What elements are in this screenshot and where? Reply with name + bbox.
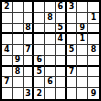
sudoku-cell-empty[interactable] <box>24 13 35 24</box>
sudoku-cell-empty[interactable] <box>88 2 99 13</box>
sudoku-cell-empty[interactable] <box>24 77 35 88</box>
sudoku-cell-empty[interactable] <box>56 56 67 67</box>
sudoku-cell-empty[interactable] <box>13 2 24 13</box>
sudoku-cell-empty[interactable] <box>24 2 35 13</box>
sudoku-cell-given[interactable]: 6 <box>34 56 45 67</box>
sudoku-cell-empty[interactable] <box>45 56 56 67</box>
sudoku-cell-empty[interactable] <box>2 56 13 67</box>
sudoku-cell-empty[interactable] <box>77 2 88 13</box>
sudoku-cell-empty[interactable] <box>13 77 24 88</box>
sudoku-cell-empty[interactable] <box>88 67 99 78</box>
sudoku-cell-empty[interactable] <box>34 24 45 35</box>
sudoku-cell-given[interactable]: 8 <box>88 45 99 56</box>
sudoku-cell-empty[interactable] <box>45 88 56 99</box>
sudoku-cell-given[interactable]: 9 <box>77 24 88 35</box>
sudoku-cell-empty[interactable] <box>67 56 78 67</box>
sudoku-cell-empty[interactable] <box>77 77 88 88</box>
sudoku-cell-empty[interactable] <box>56 13 67 24</box>
sudoku-cell-given[interactable]: 2 <box>34 88 45 99</box>
sudoku-cell-empty[interactable] <box>88 34 99 45</box>
sudoku-cell-given[interactable]: 5 <box>56 24 67 35</box>
sudoku-cell-empty[interactable] <box>13 24 24 35</box>
sudoku-cell-empty[interactable] <box>2 88 13 99</box>
sudoku-cell-given[interactable]: 7 <box>67 67 78 78</box>
sudoku-cell-given[interactable]: 7 <box>24 45 35 56</box>
sudoku-cell-given[interactable]: 9 <box>88 88 99 99</box>
sudoku-cell-empty[interactable] <box>88 77 99 88</box>
sudoku-cell-empty[interactable] <box>34 34 45 45</box>
sudoku-cell-empty[interactable] <box>45 67 56 78</box>
sudoku-cell-given[interactable]: 7 <box>2 77 13 88</box>
sudoku-cell-empty[interactable] <box>45 45 56 56</box>
sudoku-cell-empty[interactable] <box>67 77 78 88</box>
sudoku-cell-empty[interactable] <box>13 88 24 99</box>
sudoku-cell-given[interactable]: 3 <box>67 2 78 13</box>
sudoku-cell-empty[interactable] <box>88 56 99 67</box>
sudoku-cell-given[interactable]: 8 <box>45 13 56 24</box>
sudoku-cell-given[interactable]: 1 <box>88 13 99 24</box>
sudoku-cell-given[interactable]: 8 <box>24 24 35 35</box>
sudoku-cell-empty[interactable] <box>56 45 67 56</box>
sudoku-cell-given[interactable]: 6 <box>56 2 67 13</box>
sudoku-cell-empty[interactable] <box>34 2 45 13</box>
sudoku-cell-given[interactable]: 6 <box>45 77 56 88</box>
sudoku-cell-given[interactable]: 5 <box>34 67 45 78</box>
sudoku-cell-given[interactable]: 8 <box>13 67 24 78</box>
sudoku-cell-empty[interactable] <box>45 34 56 45</box>
sudoku-cell-given[interactable]: 2 <box>2 2 13 13</box>
sudoku-cell-empty[interactable] <box>77 45 88 56</box>
sudoku-cell-given[interactable]: 9 <box>13 56 24 67</box>
sudoku-cell-empty[interactable] <box>2 34 13 45</box>
sudoku-cell-empty[interactable] <box>24 67 35 78</box>
sudoku-cell-empty[interactable] <box>2 67 13 78</box>
sudoku-cell-empty[interactable] <box>34 45 45 56</box>
sudoku-cell-given[interactable]: 3 <box>24 88 35 99</box>
sudoku-cell-empty[interactable] <box>88 24 99 35</box>
sudoku-cell-empty[interactable] <box>77 56 88 67</box>
sudoku-cell-given[interactable]: 4 <box>2 45 13 56</box>
sudoku-cell-empty[interactable] <box>24 34 35 45</box>
sudoku-cell-empty[interactable] <box>77 88 88 99</box>
sudoku-cell-empty[interactable] <box>67 24 78 35</box>
sudoku-board: 263818594147589685776329 <box>0 0 101 101</box>
sudoku-cell-empty[interactable] <box>34 77 45 88</box>
sudoku-cell-empty[interactable] <box>67 34 78 45</box>
sudoku-cell-empty[interactable] <box>67 13 78 24</box>
sudoku-cell-given[interactable]: 5 <box>67 45 78 56</box>
sudoku-cell-empty[interactable] <box>77 13 88 24</box>
sudoku-cell-empty[interactable] <box>34 13 45 24</box>
sudoku-cell-empty[interactable] <box>13 34 24 45</box>
sudoku-cell-empty[interactable] <box>56 77 67 88</box>
sudoku-cell-empty[interactable] <box>45 2 56 13</box>
sudoku-cell-empty[interactable] <box>67 88 78 99</box>
sudoku-cell-empty[interactable] <box>13 45 24 56</box>
sudoku-cell-empty[interactable] <box>2 24 13 35</box>
sudoku-cell-given[interactable]: 1 <box>77 34 88 45</box>
sudoku-cell-empty[interactable] <box>2 13 13 24</box>
sudoku-cell-empty[interactable] <box>56 88 67 99</box>
sudoku-cell-empty[interactable] <box>45 24 56 35</box>
sudoku-cell-empty[interactable] <box>77 67 88 78</box>
sudoku-cell-empty[interactable] <box>24 56 35 67</box>
sudoku-puzzle: 263818594147589685776329 <box>0 0 101 101</box>
sudoku-cell-empty[interactable] <box>56 67 67 78</box>
sudoku-cell-given[interactable]: 4 <box>56 34 67 45</box>
sudoku-cell-empty[interactable] <box>13 13 24 24</box>
